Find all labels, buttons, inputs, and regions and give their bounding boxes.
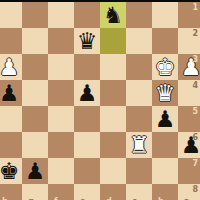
square-g6[interactable] <box>22 132 48 158</box>
square-f2[interactable] <box>48 28 74 54</box>
square-a7[interactable] <box>178 158 200 184</box>
white-pawn[interactable]: ♟ <box>181 54 200 80</box>
black-pawn[interactable]: ♟ <box>181 132 200 158</box>
square-h3[interactable]: ♟ <box>0 54 22 80</box>
square-g3[interactable] <box>22 54 48 80</box>
square-c3[interactable] <box>126 54 152 80</box>
square-f8[interactable] <box>48 184 74 200</box>
square-h8[interactable] <box>0 184 22 200</box>
square-e5[interactable] <box>74 106 100 132</box>
square-c8[interactable] <box>126 184 152 200</box>
black-pawn[interactable]: ♟ <box>155 106 176 132</box>
black-pawn[interactable]: ♟ <box>0 80 19 106</box>
square-b8[interactable] <box>152 184 178 200</box>
square-e1[interactable] <box>74 2 100 28</box>
square-h1[interactable] <box>0 2 22 28</box>
square-d1[interactable]: ♞ <box>100 2 126 28</box>
square-c7[interactable] <box>126 158 152 184</box>
square-c5[interactable] <box>126 106 152 132</box>
square-h5[interactable] <box>0 106 22 132</box>
square-b4[interactable]: ♛ <box>152 80 178 106</box>
square-h2[interactable] <box>0 28 22 54</box>
square-a1[interactable] <box>178 2 200 28</box>
square-d2[interactable] <box>100 28 126 54</box>
black-knight[interactable]: ♞ <box>103 2 124 28</box>
square-f6[interactable] <box>48 132 74 158</box>
square-f4[interactable] <box>48 80 74 106</box>
square-g5[interactable] <box>22 106 48 132</box>
square-b6[interactable] <box>152 132 178 158</box>
square-e6[interactable] <box>74 132 100 158</box>
square-a2[interactable] <box>178 28 200 54</box>
black-king[interactable]: ♚ <box>0 158 19 184</box>
black-pawn[interactable]: ♟ <box>25 158 46 184</box>
chess-board-viewport: ♞♛♟♚♟♟♟♛♟♜♟♚♟ 12345678hgfedcba <box>0 0 200 200</box>
square-f5[interactable] <box>48 106 74 132</box>
square-b2[interactable] <box>152 28 178 54</box>
square-h4[interactable]: ♟ <box>0 80 22 106</box>
square-f3[interactable] <box>48 54 74 80</box>
square-b5[interactable]: ♟ <box>152 106 178 132</box>
black-queen[interactable]: ♛ <box>77 28 98 54</box>
square-d6[interactable] <box>100 132 126 158</box>
square-a3[interactable]: ♟ <box>178 54 200 80</box>
square-a6[interactable]: ♟ <box>178 132 200 158</box>
square-b7[interactable] <box>152 158 178 184</box>
white-rook[interactable]: ♜ <box>129 132 150 158</box>
square-g8[interactable] <box>22 184 48 200</box>
square-e7[interactable] <box>74 158 100 184</box>
square-d5[interactable] <box>100 106 126 132</box>
square-a4[interactable] <box>178 80 200 106</box>
square-f1[interactable] <box>48 2 74 28</box>
square-c4[interactable] <box>126 80 152 106</box>
square-c6[interactable]: ♜ <box>126 132 152 158</box>
white-queen[interactable]: ♛ <box>155 80 176 106</box>
square-c1[interactable] <box>126 2 152 28</box>
square-d7[interactable] <box>100 158 126 184</box>
square-f7[interactable] <box>48 158 74 184</box>
square-e4[interactable]: ♟ <box>74 80 100 106</box>
square-d3[interactable] <box>100 54 126 80</box>
square-c2[interactable] <box>126 28 152 54</box>
square-g1[interactable] <box>22 2 48 28</box>
square-h7[interactable]: ♚ <box>0 158 22 184</box>
square-g4[interactable] <box>22 80 48 106</box>
square-d4[interactable] <box>100 80 126 106</box>
black-pawn[interactable]: ♟ <box>77 80 98 106</box>
square-b3[interactable]: ♚ <box>152 54 178 80</box>
square-e2[interactable]: ♛ <box>74 28 100 54</box>
square-b1[interactable] <box>152 2 178 28</box>
board: ♞♛♟♚♟♟♟♛♟♜♟♚♟ <box>0 2 200 200</box>
square-e8[interactable] <box>74 184 100 200</box>
square-d8[interactable] <box>100 184 126 200</box>
square-a5[interactable] <box>178 106 200 132</box>
square-h6[interactable] <box>0 132 22 158</box>
square-a8[interactable] <box>178 184 200 200</box>
white-pawn[interactable]: ♟ <box>0 54 19 80</box>
square-e3[interactable] <box>74 54 100 80</box>
square-g7[interactable]: ♟ <box>22 158 48 184</box>
square-g2[interactable] <box>22 28 48 54</box>
white-king[interactable]: ♚ <box>155 54 176 80</box>
